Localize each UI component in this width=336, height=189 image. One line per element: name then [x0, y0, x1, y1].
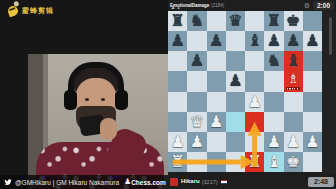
square-b7[interactable] [187, 31, 206, 51]
black-bishop[interactable]: ♝ [245, 31, 264, 51]
square-f4[interactable] [264, 92, 283, 112]
streamer-hand [100, 118, 117, 140]
square-g4[interactable] [284, 92, 303, 112]
chesscom-pawn-icon: ♟ [124, 178, 131, 186]
black-pawn[interactable]: ♟ [226, 71, 245, 91]
square-b5[interactable] [187, 71, 206, 91]
black-pawn[interactable]: ♟ [303, 31, 322, 51]
square-e6[interactable] [245, 51, 264, 71]
chesscom-logo: ♟ Chess.com [124, 178, 166, 186]
white-pawn[interactable]: ♟ [245, 92, 264, 112]
square-d6[interactable] [226, 51, 245, 71]
square-d1[interactable] [226, 152, 245, 172]
square-h6[interactable] [303, 51, 322, 71]
streamer-eye-right [101, 98, 105, 101]
square-e2[interactable] [245, 132, 264, 152]
square-h3[interactable] [303, 112, 322, 132]
square-a1[interactable]: ♜ [168, 152, 187, 172]
square-f6[interactable]: ♞ [264, 51, 283, 71]
square-h7[interactable]: ♟ [303, 31, 322, 51]
square-d4[interactable] [226, 92, 245, 112]
square-f2[interactable]: ♟ [264, 132, 283, 152]
square-d7[interactable] [226, 31, 245, 51]
square-d3[interactable] [226, 112, 245, 132]
square-b6[interactable]: ♟ [187, 51, 206, 71]
black-pawn[interactable]: ♟ [264, 31, 283, 51]
sidebar-strip [322, 11, 336, 174]
square-a7[interactable]: ♟ [168, 31, 187, 51]
bee-icon [7, 5, 20, 18]
square-f1[interactable]: ♝ [264, 152, 283, 172]
white-queen[interactable]: ♛ [187, 112, 206, 132]
square-a2[interactable]: ♟ [168, 132, 187, 152]
white-bishop[interactable]: ♝ [264, 152, 283, 172]
black-pawn[interactable]: ♟ [187, 51, 206, 71]
hikaru-bar: Hikaru (3217) 2:48 [168, 174, 336, 189]
square-g7[interactable]: ♟ [284, 31, 303, 51]
square-b4[interactable] [187, 92, 206, 112]
black-king[interactable]: ♚ [284, 11, 303, 31]
white-rook[interactable]: ♜ [168, 152, 187, 172]
square-h2[interactable]: ♟ [303, 132, 322, 152]
square-g6[interactable]: ♝ [284, 51, 303, 71]
square-e7[interactable]: ♝ [245, 31, 264, 51]
stream-info-bar: @GMHikaru | GM Hikaru Nakamura ♟ Chess.c… [0, 175, 168, 189]
white-pawn[interactable]: ♟ [264, 132, 283, 152]
threat-red-badge [286, 87, 300, 91]
square-a5[interactable] [168, 71, 187, 91]
headphone-cup-left [64, 90, 77, 110]
hikaru-name: Hikaru [181, 179, 200, 184]
square-d5[interactable]: ♟ [226, 71, 245, 91]
square-c4[interactable] [207, 92, 226, 112]
hikaru-clock: 2:48 [308, 177, 334, 187]
headphones-band [68, 62, 124, 92]
square-c6[interactable] [207, 51, 226, 71]
square-h5[interactable] [303, 71, 322, 91]
stream-panel: 蜜蜂剪辑 @GMHikaru | GM Hikaru Nakamura ♟ Ch… [0, 0, 168, 189]
square-f3[interactable] [264, 112, 283, 132]
twitter-bird-icon [4, 179, 12, 186]
square-c5[interactable] [207, 71, 226, 91]
black-knight[interactable]: ♞ [264, 51, 283, 71]
square-d8[interactable]: ♛ [226, 11, 245, 31]
white-pawn[interactable]: ♟ [168, 132, 187, 152]
streamer-handle-text: @GMHikaru | GM Hikaru Nakamura [15, 179, 119, 186]
black-bishop[interactable]: ♝ [284, 51, 303, 71]
square-e4[interactable]: ♟ [245, 92, 264, 112]
square-c2[interactable] [207, 132, 226, 152]
square-f8[interactable]: ♜ [264, 11, 283, 31]
white-pawn[interactable]: ♟ [303, 132, 322, 152]
chesscom-wordmark: Chess.com [131, 179, 166, 186]
square-c8[interactable] [207, 11, 226, 31]
hikaru-avatar [170, 178, 178, 186]
black-queen[interactable]: ♛ [226, 11, 245, 31]
white-pawn[interactable]: ♟ [284, 132, 303, 152]
us-flag-icon [221, 180, 227, 184]
white-rook[interactable]: ♜ [245, 152, 264, 172]
square-a6[interactable] [168, 51, 187, 71]
square-g1[interactable]: ♚ [284, 152, 303, 172]
square-e1[interactable]: ♜ [245, 152, 264, 172]
watermark-text: 蜜蜂剪辑 [22, 6, 54, 16]
square-h4[interactable] [303, 92, 322, 112]
square-b2[interactable]: ♟ [187, 132, 206, 152]
black-rook[interactable]: ♜ [264, 11, 283, 31]
square-b1[interactable] [187, 152, 206, 172]
square-a3[interactable] [168, 112, 187, 132]
scrollbar-thumb[interactable] [329, 17, 332, 55]
watermark: 蜜蜂剪辑 [8, 6, 54, 16]
opponent-clock: 2:00 [313, 1, 334, 10]
hikaru-rating: (3217) [202, 179, 218, 185]
square-a4[interactable] [168, 92, 187, 112]
headphone-cup-right [115, 90, 128, 110]
square-e5[interactable] [245, 71, 264, 91]
black-pawn[interactable]: ♟ [284, 31, 303, 51]
square-b3[interactable]: ♛ [187, 112, 206, 132]
square-g2[interactable]: ♟ [284, 132, 303, 152]
square-h1[interactable] [303, 152, 322, 172]
square-g8[interactable]: ♚ [284, 11, 303, 31]
settings-gear-icon[interactable]: ⚙ [304, 2, 310, 10]
square-e8[interactable] [245, 11, 264, 31]
square-g3[interactable] [284, 112, 303, 132]
chess-panel: EmotionalDamage (2184) ⚙ 2:00 ♟ ♝ ♜♞♛♜♚♟… [168, 0, 336, 189]
square-e3[interactable] [245, 112, 264, 132]
square-f7[interactable]: ♟ [264, 31, 283, 51]
white-king[interactable]: ♚ [284, 152, 303, 172]
webcam-view [28, 54, 168, 189]
chess-board[interactable]: ♜♞♛♜♚♟♟♝♟♟♟♟♞♝♟♗♟♛♟♟♟♟♟♟♜♜♝♚ [168, 11, 322, 172]
square-h8[interactable] [303, 11, 322, 31]
square-c1[interactable] [207, 152, 226, 172]
opponent-rating: (2184) [211, 3, 224, 8]
black-knight[interactable]: ♞ [187, 11, 206, 31]
square-f5[interactable] [264, 71, 283, 91]
black-pawn[interactable]: ♟ [207, 31, 226, 51]
white-pawn[interactable]: ♟ [207, 112, 226, 132]
opponent-captured-pieces: ♟ ♝ [171, 6, 181, 11]
square-c3[interactable]: ♟ [207, 112, 226, 132]
square-g5[interactable]: ♗ [284, 71, 303, 91]
square-d2[interactable] [226, 132, 245, 152]
black-pawn[interactable]: ♟ [168, 31, 187, 51]
black-rook[interactable]: ♜ [168, 11, 187, 31]
square-c7[interactable]: ♟ [207, 31, 226, 51]
streamer-eye-left [85, 98, 89, 101]
white-pawn[interactable]: ♟ [187, 132, 206, 152]
square-a8[interactable]: ♜ [168, 11, 187, 31]
opponent-bar: EmotionalDamage (2184) ⚙ 2:00 [168, 0, 336, 11]
square-b8[interactable]: ♞ [187, 11, 206, 31]
